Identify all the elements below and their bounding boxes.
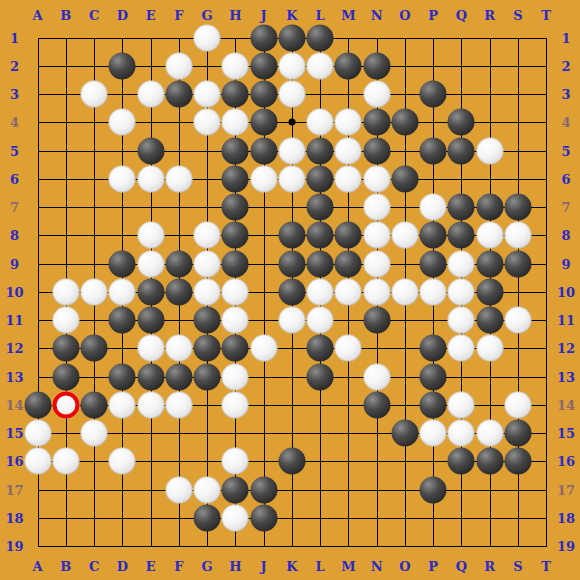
stone-white[interactable] bbox=[504, 391, 531, 418]
coord-label-bottom: E bbox=[146, 559, 156, 574]
coord-label-bottom: F bbox=[174, 559, 183, 574]
stone-black[interactable] bbox=[391, 420, 418, 447]
stone-white[interactable] bbox=[391, 278, 418, 305]
stone-white[interactable] bbox=[137, 222, 164, 249]
coord-label-left: 17 bbox=[5, 482, 23, 497]
stone-black[interactable] bbox=[307, 250, 334, 277]
stone-black[interactable] bbox=[420, 363, 447, 390]
coord-label-right: 1 bbox=[561, 30, 570, 45]
stone-white[interactable] bbox=[109, 165, 136, 192]
coord-label-bottom: K bbox=[286, 559, 297, 574]
coord-label-top: H bbox=[229, 7, 241, 22]
coord-label-top: C bbox=[89, 7, 99, 22]
stone-black[interactable] bbox=[250, 24, 277, 51]
coord-label-top: A bbox=[33, 7, 43, 22]
coord-label-left: 13 bbox=[5, 369, 23, 384]
stone-white[interactable] bbox=[420, 420, 447, 447]
stone-white[interactable] bbox=[165, 391, 192, 418]
stone-white[interactable] bbox=[109, 391, 136, 418]
stone-black[interactable] bbox=[278, 250, 305, 277]
coord-label-right: 3 bbox=[561, 87, 570, 102]
stone-black[interactable] bbox=[137, 307, 164, 334]
coord-label-right: 17 bbox=[557, 482, 575, 497]
stone-white[interactable] bbox=[278, 81, 305, 108]
coord-label-bottom: O bbox=[399, 559, 410, 574]
stone-black[interactable] bbox=[194, 363, 221, 390]
stone-white[interactable] bbox=[307, 109, 334, 136]
grid-line-horizontal bbox=[38, 490, 548, 491]
coord-label-left: 6 bbox=[10, 171, 19, 186]
coord-label-top: F bbox=[174, 7, 183, 22]
stone-white[interactable] bbox=[278, 307, 305, 334]
stone-black[interactable] bbox=[420, 222, 447, 249]
coord-label-left: 9 bbox=[10, 256, 19, 271]
stone-white[interactable] bbox=[81, 278, 108, 305]
grid-line-horizontal bbox=[38, 546, 548, 547]
coord-label-left: 1 bbox=[10, 30, 19, 45]
stone-black[interactable] bbox=[363, 307, 390, 334]
stone-black[interactable] bbox=[109, 363, 136, 390]
coord-label-right: 2 bbox=[561, 58, 570, 73]
stone-white[interactable] bbox=[307, 278, 334, 305]
coord-label-right: 9 bbox=[561, 256, 570, 271]
stone-black[interactable] bbox=[476, 250, 503, 277]
stone-white[interactable] bbox=[222, 504, 249, 531]
stone-white[interactable] bbox=[52, 278, 79, 305]
coord-label-left: 19 bbox=[5, 539, 23, 554]
coord-label-bottom: J bbox=[261, 559, 267, 574]
stone-black[interactable] bbox=[250, 504, 277, 531]
stone-white[interactable] bbox=[307, 52, 334, 79]
stone-white[interactable] bbox=[420, 278, 447, 305]
stone-black[interactable] bbox=[420, 81, 447, 108]
stone-white[interactable] bbox=[24, 420, 51, 447]
stone-black[interactable] bbox=[250, 109, 277, 136]
coord-label-bottom: T bbox=[541, 559, 551, 574]
stone-white[interactable] bbox=[476, 137, 503, 164]
coord-label-left: 10 bbox=[5, 284, 23, 299]
coord-label-right: 14 bbox=[557, 397, 575, 412]
coord-label-right: 19 bbox=[557, 539, 575, 554]
stone-black[interactable] bbox=[165, 250, 192, 277]
stone-black[interactable] bbox=[335, 250, 362, 277]
stone-white[interactable] bbox=[137, 81, 164, 108]
coord-label-left: 15 bbox=[5, 426, 23, 441]
stone-black[interactable] bbox=[476, 448, 503, 475]
stone-white[interactable] bbox=[109, 278, 136, 305]
stone-black[interactable] bbox=[363, 391, 390, 418]
stone-black[interactable] bbox=[307, 222, 334, 249]
coord-label-top: N bbox=[371, 7, 383, 22]
stone-white[interactable] bbox=[194, 278, 221, 305]
stone-white[interactable] bbox=[52, 307, 79, 334]
stone-white[interactable] bbox=[250, 165, 277, 192]
stone-white[interactable] bbox=[420, 194, 447, 221]
coord-label-top: K bbox=[286, 7, 297, 22]
coord-label-top: Q bbox=[456, 7, 467, 22]
stone-white[interactable] bbox=[278, 52, 305, 79]
stone-white[interactable] bbox=[504, 222, 531, 249]
coord-label-right: 10 bbox=[557, 284, 575, 299]
stone-black[interactable] bbox=[52, 363, 79, 390]
stone-white[interactable] bbox=[335, 335, 362, 362]
stone-black[interactable] bbox=[391, 165, 418, 192]
stone-black[interactable] bbox=[307, 194, 334, 221]
stone-white[interactable] bbox=[109, 109, 136, 136]
stone-white[interactable] bbox=[476, 420, 503, 447]
stone-white[interactable] bbox=[504, 307, 531, 334]
stone-white[interactable] bbox=[448, 391, 475, 418]
stone-black[interactable] bbox=[137, 278, 164, 305]
stone-black[interactable] bbox=[194, 504, 221, 531]
stone-black[interactable] bbox=[81, 335, 108, 362]
stone-white[interactable] bbox=[222, 448, 249, 475]
stone-white[interactable] bbox=[476, 222, 503, 249]
stone-white[interactable] bbox=[278, 137, 305, 164]
stone-black[interactable] bbox=[363, 109, 390, 136]
stone-white[interactable] bbox=[222, 391, 249, 418]
stone-white[interactable] bbox=[363, 363, 390, 390]
stone-black[interactable] bbox=[476, 194, 503, 221]
stone-white[interactable] bbox=[448, 335, 475, 362]
stone-black[interactable] bbox=[307, 137, 334, 164]
stone-white[interactable] bbox=[165, 476, 192, 503]
coord-label-right: 11 bbox=[557, 313, 575, 328]
stone-black[interactable] bbox=[278, 24, 305, 51]
coord-label-left: 16 bbox=[5, 454, 23, 469]
coord-label-right: 12 bbox=[557, 341, 575, 356]
coord-label-top: O bbox=[399, 7, 410, 22]
stone-black[interactable] bbox=[137, 363, 164, 390]
coord-label-bottom: C bbox=[89, 559, 99, 574]
stone-white[interactable] bbox=[81, 81, 108, 108]
coord-label-left: 7 bbox=[10, 200, 19, 215]
stone-black[interactable] bbox=[137, 137, 164, 164]
coord-label-left: 12 bbox=[5, 341, 23, 356]
stone-black[interactable] bbox=[335, 222, 362, 249]
stone-black[interactable] bbox=[250, 52, 277, 79]
stone-white[interactable] bbox=[165, 335, 192, 362]
stone-white[interactable] bbox=[307, 307, 334, 334]
stone-white[interactable] bbox=[222, 278, 249, 305]
stone-white[interactable] bbox=[52, 391, 79, 418]
coord-label-bottom: H bbox=[229, 559, 241, 574]
go-board[interactable]: AABBCCDDEEFFGGHHJJKKLLMMNNOOPPQQRRSSTT11… bbox=[0, 0, 580, 580]
stone-white[interactable] bbox=[448, 307, 475, 334]
coord-label-bottom: R bbox=[484, 559, 495, 574]
stone-white[interactable] bbox=[335, 278, 362, 305]
coord-label-bottom: D bbox=[117, 559, 128, 574]
stone-black[interactable] bbox=[420, 250, 447, 277]
stone-black[interactable] bbox=[222, 194, 249, 221]
stone-black[interactable] bbox=[476, 278, 503, 305]
stone-white[interactable] bbox=[24, 448, 51, 475]
coord-label-right: 18 bbox=[557, 510, 575, 525]
coord-label-right: 16 bbox=[557, 454, 575, 469]
coord-label-left: 5 bbox=[10, 143, 19, 158]
coord-label-right: 7 bbox=[561, 200, 570, 215]
stone-white[interactable] bbox=[81, 420, 108, 447]
stone-black[interactable] bbox=[420, 476, 447, 503]
stone-black[interactable] bbox=[165, 81, 192, 108]
stone-black[interactable] bbox=[448, 194, 475, 221]
stone-black[interactable] bbox=[363, 137, 390, 164]
stone-white[interactable] bbox=[363, 222, 390, 249]
stone-white[interactable] bbox=[363, 81, 390, 108]
stone-black[interactable] bbox=[250, 81, 277, 108]
stone-black[interactable] bbox=[165, 363, 192, 390]
coord-label-left: 3 bbox=[10, 87, 19, 102]
stone-white[interactable] bbox=[363, 165, 390, 192]
stone-black[interactable] bbox=[335, 52, 362, 79]
coord-label-top: B bbox=[60, 7, 71, 22]
stone-white[interactable] bbox=[137, 250, 164, 277]
stone-white[interactable] bbox=[363, 278, 390, 305]
coord-label-left: 14 bbox=[5, 397, 23, 412]
stone-black[interactable] bbox=[420, 137, 447, 164]
coord-label-bottom: N bbox=[371, 559, 383, 574]
stone-white[interactable] bbox=[137, 165, 164, 192]
stone-white[interactable] bbox=[335, 165, 362, 192]
coord-label-right: 6 bbox=[561, 171, 570, 186]
star-point bbox=[288, 119, 295, 126]
stone-black[interactable] bbox=[278, 448, 305, 475]
stone-white[interactable] bbox=[194, 476, 221, 503]
coord-label-left: 11 bbox=[5, 313, 23, 328]
stone-white[interactable] bbox=[165, 52, 192, 79]
stone-black[interactable] bbox=[307, 335, 334, 362]
stone-white[interactable] bbox=[278, 165, 305, 192]
coord-label-top: L bbox=[316, 7, 325, 22]
stone-white[interactable] bbox=[194, 250, 221, 277]
stone-black[interactable] bbox=[476, 307, 503, 334]
stone-black[interactable] bbox=[448, 109, 475, 136]
stone-black[interactable] bbox=[307, 165, 334, 192]
stone-black[interactable] bbox=[504, 448, 531, 475]
coord-label-bottom: S bbox=[513, 559, 522, 574]
stone-white[interactable] bbox=[335, 137, 362, 164]
stone-black[interactable] bbox=[109, 307, 136, 334]
stone-white[interactable] bbox=[391, 222, 418, 249]
coord-label-bottom: G bbox=[202, 559, 213, 574]
stone-black[interactable] bbox=[165, 278, 192, 305]
stone-white[interactable] bbox=[137, 391, 164, 418]
stone-white[interactable] bbox=[165, 165, 192, 192]
stone-white[interactable] bbox=[448, 420, 475, 447]
stone-black[interactable] bbox=[448, 137, 475, 164]
stone-black[interactable] bbox=[504, 420, 531, 447]
stone-white[interactable] bbox=[250, 335, 277, 362]
coord-label-right: 4 bbox=[561, 115, 570, 130]
stone-white[interactable] bbox=[194, 109, 221, 136]
coord-label-top: J bbox=[261, 7, 267, 22]
coord-label-top: R bbox=[484, 7, 495, 22]
coord-label-right: 13 bbox=[557, 369, 575, 384]
stone-black[interactable] bbox=[420, 335, 447, 362]
stone-white[interactable] bbox=[194, 24, 221, 51]
coord-label-left: 2 bbox=[10, 58, 19, 73]
stone-black[interactable] bbox=[278, 278, 305, 305]
stone-black[interactable] bbox=[448, 222, 475, 249]
coord-label-left: 4 bbox=[10, 115, 19, 130]
coord-label-top: G bbox=[202, 7, 213, 22]
coord-label-top: E bbox=[146, 7, 156, 22]
coord-label-top: P bbox=[428, 7, 438, 22]
grid-line-vertical bbox=[546, 38, 547, 548]
stone-white[interactable] bbox=[109, 448, 136, 475]
stone-white[interactable] bbox=[222, 363, 249, 390]
stone-black[interactable] bbox=[278, 222, 305, 249]
stone-black[interactable] bbox=[307, 363, 334, 390]
coord-label-bottom: B bbox=[60, 559, 71, 574]
stone-black[interactable] bbox=[222, 137, 249, 164]
stone-black[interactable] bbox=[52, 335, 79, 362]
stone-black[interactable] bbox=[109, 52, 136, 79]
stone-black[interactable] bbox=[504, 250, 531, 277]
stone-white[interactable] bbox=[222, 52, 249, 79]
stone-black[interactable] bbox=[250, 137, 277, 164]
coord-label-bottom: L bbox=[316, 559, 325, 574]
stone-white[interactable] bbox=[222, 109, 249, 136]
stone-white[interactable] bbox=[335, 109, 362, 136]
stone-black[interactable] bbox=[504, 194, 531, 221]
stone-black[interactable] bbox=[222, 81, 249, 108]
coord-label-right: 15 bbox=[557, 426, 575, 441]
coord-label-bottom: M bbox=[341, 559, 355, 574]
coord-label-bottom: A bbox=[33, 559, 43, 574]
stone-black[interactable] bbox=[222, 250, 249, 277]
grid-line-horizontal bbox=[38, 518, 548, 519]
coord-label-bottom: P bbox=[428, 559, 438, 574]
stone-black[interactable] bbox=[420, 391, 447, 418]
coord-label-top: S bbox=[513, 7, 522, 22]
stone-black[interactable] bbox=[363, 52, 390, 79]
coord-label-right: 5 bbox=[561, 143, 570, 158]
stone-white[interactable] bbox=[137, 335, 164, 362]
stone-black[interactable] bbox=[222, 222, 249, 249]
stone-black[interactable] bbox=[222, 165, 249, 192]
coord-label-right: 8 bbox=[561, 228, 570, 243]
stone-black[interactable] bbox=[250, 476, 277, 503]
stone-black[interactable] bbox=[194, 307, 221, 334]
last-move-marker bbox=[52, 391, 79, 418]
stone-black[interactable] bbox=[448, 448, 475, 475]
stone-white[interactable] bbox=[448, 278, 475, 305]
stone-white[interactable] bbox=[448, 250, 475, 277]
coord-label-bottom: Q bbox=[456, 559, 467, 574]
stone-white[interactable] bbox=[363, 250, 390, 277]
stone-white[interactable] bbox=[222, 307, 249, 334]
stone-white[interactable] bbox=[52, 448, 79, 475]
coord-label-left: 18 bbox=[5, 510, 23, 525]
stone-black[interactable] bbox=[222, 476, 249, 503]
stone-white[interactable] bbox=[194, 81, 221, 108]
stone-black[interactable] bbox=[307, 24, 334, 51]
stone-black[interactable] bbox=[24, 391, 51, 418]
stone-white[interactable] bbox=[476, 335, 503, 362]
stone-white[interactable] bbox=[194, 222, 221, 249]
coord-label-top: M bbox=[341, 7, 355, 22]
coord-label-top: T bbox=[541, 7, 551, 22]
coord-label-left: 8 bbox=[10, 228, 19, 243]
stone-black[interactable] bbox=[222, 335, 249, 362]
stone-black[interactable] bbox=[81, 391, 108, 418]
stone-white[interactable] bbox=[363, 194, 390, 221]
stone-black[interactable] bbox=[391, 109, 418, 136]
coord-label-top: D bbox=[117, 7, 128, 22]
stone-black[interactable] bbox=[194, 335, 221, 362]
stone-black[interactable] bbox=[109, 250, 136, 277]
